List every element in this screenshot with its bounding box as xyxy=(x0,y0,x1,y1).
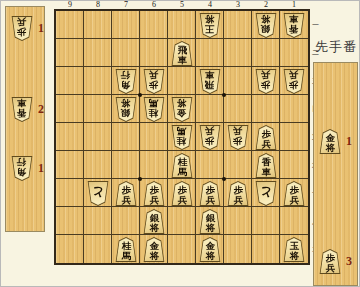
piece-face: 銀将 xyxy=(256,14,276,37)
piece-kanji: 金 xyxy=(177,108,186,118)
piece-kanji: 兵 xyxy=(233,196,242,206)
shogi-piece-sente-pawn[interactable]: 歩兵 xyxy=(283,181,305,206)
piece-kanji: 馬 xyxy=(177,168,186,178)
shogi-piece-gote-bishop[interactable]: 角行 xyxy=(11,156,33,181)
piece-kanji: 将 xyxy=(205,14,214,24)
piece-kanji: 歩 xyxy=(233,136,242,146)
star-point xyxy=(222,93,226,97)
piece-face: 歩兵 xyxy=(200,182,220,205)
piece-face: 香車 xyxy=(256,154,276,177)
piece-face: 銀将 xyxy=(144,210,164,233)
shogi-piece-sente-pawn[interactable]: 歩兵 xyxy=(199,181,221,206)
piece-face: 歩兵 xyxy=(256,126,276,149)
piece-face: と xyxy=(88,182,108,205)
sente-hand-tray: 金将1歩兵3 xyxy=(313,62,358,286)
piece-face: 歩兵 xyxy=(284,182,304,205)
piece-kanji: 王 xyxy=(205,24,214,34)
file-label: 2 xyxy=(252,0,280,9)
piece-face: 銀将 xyxy=(116,98,136,121)
hand-count: 1 xyxy=(36,161,46,176)
shogi-piece-sente-knight[interactable]: 桂馬 xyxy=(115,237,137,262)
piece-kanji: 兵 xyxy=(205,196,214,206)
piece-face: 桂馬 xyxy=(172,154,192,177)
shogi-piece-gote-knight[interactable]: 桂馬 xyxy=(143,97,165,122)
shogi-piece-gote-pawn[interactable]: 歩兵 xyxy=(199,125,221,150)
shogi-piece-sente-silver[interactable]: 銀将 xyxy=(199,209,221,234)
shogi-piece-gote-silver[interactable]: 銀将 xyxy=(255,13,277,38)
file-label: 1 xyxy=(280,0,308,9)
piece-kanji: 行 xyxy=(17,157,26,167)
piece-kanji: 角 xyxy=(17,167,26,177)
shogi-piece-sente-gold[interactable]: 金将 xyxy=(143,237,165,262)
piece-face: 角行 xyxy=(116,70,136,93)
piece-face: 金将 xyxy=(144,238,164,261)
piece-face: 飛車 xyxy=(172,42,192,65)
piece-kanji: 車 xyxy=(261,168,270,178)
star-point xyxy=(222,177,226,181)
piece-kanji: 飛 xyxy=(205,80,214,90)
shogi-app-window: 987654321 王将銀将香車飛車角行歩兵飛車歩兵歩兵銀将桂馬金将桂馬歩兵歩兵… xyxy=(0,0,360,287)
piece-face: 歩兵 xyxy=(228,182,248,205)
piece-kanji: 角 xyxy=(121,80,130,90)
shogi-piece-gote-tokin[interactable]: と xyxy=(87,181,109,206)
piece-kanji: 兵 xyxy=(261,140,270,150)
file-label: 7 xyxy=(112,0,140,9)
piece-kanji: 馬 xyxy=(121,252,130,262)
piece-kanji: と xyxy=(260,186,273,199)
shogi-piece-gote-rook[interactable]: 飛車 xyxy=(199,69,221,94)
piece-kanji: 兵 xyxy=(205,126,214,136)
piece-face: 桂馬 xyxy=(144,98,164,121)
star-point xyxy=(138,177,142,181)
piece-kanji: 将 xyxy=(325,144,334,154)
shogi-piece-gote-pawn[interactable]: 歩兵 xyxy=(227,125,249,150)
piece-kanji: 歩 xyxy=(289,80,298,90)
piece-kanji: 将 xyxy=(205,224,214,234)
piece-kanji: 兵 xyxy=(149,196,158,206)
piece-kanji: 銀 xyxy=(121,108,130,118)
piece-face: 金将 xyxy=(172,98,192,121)
piece-face: 歩兵 xyxy=(144,182,164,205)
piece-face: 歩兵 xyxy=(256,70,276,93)
board-pieces-layer: 王将銀将香車飛車角行歩兵飛車歩兵歩兵銀将桂馬金将桂馬歩兵歩兵歩兵桂馬香車と歩兵歩… xyxy=(56,11,308,263)
file-label: 5 xyxy=(168,0,196,9)
rank-label: 一 xyxy=(311,11,320,39)
shogi-piece-gote-silver[interactable]: 銀将 xyxy=(115,97,137,122)
hand-count: 1 xyxy=(36,21,46,36)
shogi-piece-sente-lance[interactable]: 香車 xyxy=(255,153,277,178)
piece-face: 金将 xyxy=(200,238,220,261)
piece-face: と xyxy=(256,182,276,205)
shogi-piece-gote-pawn[interactable]: 歩兵 xyxy=(283,69,305,94)
file-label: 4 xyxy=(196,0,224,9)
shogi-board: 王将銀将香車飛車角行歩兵飛車歩兵歩兵銀将桂馬金将桂馬歩兵歩兵歩兵桂馬香車と歩兵歩… xyxy=(54,9,310,265)
piece-face: 王将 xyxy=(200,14,220,37)
file-label: 3 xyxy=(224,0,252,9)
shogi-piece-sente-pawn[interactable]: 歩兵 xyxy=(255,125,277,150)
piece-kanji: 将 xyxy=(261,14,270,24)
file-label: 9 xyxy=(56,0,84,9)
shogi-piece-sente-knight[interactable]: 桂馬 xyxy=(171,153,193,178)
piece-kanji: 銀 xyxy=(261,24,270,34)
piece-kanji: 香 xyxy=(17,108,26,118)
piece-face: 歩兵 xyxy=(12,17,32,40)
shogi-piece-gote-pawn[interactable]: 歩兵 xyxy=(11,16,33,41)
piece-kanji: 将 xyxy=(121,98,130,108)
shogi-piece-sente-king[interactable]: 玉将 xyxy=(283,237,305,262)
piece-kanji: 歩 xyxy=(149,80,158,90)
shogi-piece-gote-lance[interactable]: 香車 xyxy=(283,13,305,38)
piece-kanji: 兵 xyxy=(325,264,334,274)
piece-kanji: 兵 xyxy=(17,17,26,27)
shogi-piece-gote-gold[interactable]: 金将 xyxy=(171,97,193,122)
piece-kanji: 兵 xyxy=(289,196,298,206)
shogi-piece-sente-gold[interactable]: 金将 xyxy=(319,129,341,154)
piece-kanji: 将 xyxy=(149,252,158,262)
piece-kanji: 歩 xyxy=(205,136,214,146)
piece-kanji: 兵 xyxy=(149,70,158,80)
piece-kanji: 兵 xyxy=(289,70,298,80)
turn-indicator: 先手番 xyxy=(315,38,360,56)
shogi-piece-sente-gold[interactable]: 金将 xyxy=(199,237,221,262)
piece-kanji: 行 xyxy=(121,70,130,80)
hand-count: 2 xyxy=(36,102,46,117)
shogi-piece-sente-silver[interactable]: 銀将 xyxy=(143,209,165,234)
shogi-piece-gote-knight[interactable]: 桂馬 xyxy=(171,125,193,150)
piece-face: 飛車 xyxy=(200,70,220,93)
piece-face: 歩兵 xyxy=(200,126,220,149)
file-label: 8 xyxy=(84,0,112,9)
piece-face: 玉将 xyxy=(284,238,304,261)
file-label: 6 xyxy=(140,0,168,9)
piece-kanji: 将 xyxy=(177,98,186,108)
piece-face: 歩兵 xyxy=(284,70,304,93)
piece-kanji: 馬 xyxy=(177,126,186,136)
shogi-piece-gote-pawn[interactable]: 歩兵 xyxy=(255,69,277,94)
piece-kanji: 車 xyxy=(205,70,214,80)
piece-kanji: 馬 xyxy=(149,98,158,108)
piece-kanji: 将 xyxy=(205,252,214,262)
piece-kanji: 車 xyxy=(289,14,298,24)
piece-face: 金将 xyxy=(320,130,340,153)
shogi-piece-gote-tokin[interactable]: と xyxy=(255,181,277,206)
shogi-piece-sente-pawn[interactable]: 歩兵 xyxy=(319,249,341,274)
shogi-piece-gote-king[interactable]: 王将 xyxy=(199,13,221,38)
piece-kanji: 兵 xyxy=(233,126,242,136)
piece-kanji: 将 xyxy=(289,252,298,262)
piece-kanji: 将 xyxy=(149,224,158,234)
hand-count: 1 xyxy=(344,134,354,149)
piece-face: 角行 xyxy=(12,157,32,180)
shogi-piece-sente-rook[interactable]: 飛車 xyxy=(171,41,193,66)
piece-face: 香車 xyxy=(284,14,304,37)
shogi-piece-sente-pawn[interactable]: 歩兵 xyxy=(115,181,137,206)
piece-kanji: 兵 xyxy=(177,196,186,206)
shogi-piece-gote-lance[interactable]: 香車 xyxy=(11,97,33,122)
shogi-piece-gote-pawn[interactable]: 歩兵 xyxy=(143,69,165,94)
piece-kanji: 香 xyxy=(289,24,298,34)
gote-hand-tray: 歩兵1香車2角行1 xyxy=(5,6,45,232)
piece-kanji: 歩 xyxy=(261,80,270,90)
star-point xyxy=(138,93,142,97)
piece-face: 桂馬 xyxy=(116,238,136,261)
piece-face: 歩兵 xyxy=(116,182,136,205)
shogi-piece-gote-bishop[interactable]: 角行 xyxy=(115,69,137,94)
piece-kanji: と xyxy=(92,186,105,199)
piece-face: 銀将 xyxy=(200,210,220,233)
piece-face: 香車 xyxy=(12,98,32,121)
piece-kanji: 桂 xyxy=(177,136,186,146)
piece-face: 歩兵 xyxy=(320,250,340,273)
shogi-piece-sente-pawn[interactable]: 歩兵 xyxy=(227,181,249,206)
piece-kanji: 兵 xyxy=(261,70,270,80)
piece-kanji: 車 xyxy=(177,56,186,66)
piece-kanji: 歩 xyxy=(17,27,26,37)
piece-kanji: 兵 xyxy=(121,196,130,206)
hand-count: 3 xyxy=(344,254,354,269)
piece-face: 桂馬 xyxy=(172,126,192,149)
piece-face: 歩兵 xyxy=(228,126,248,149)
piece-face: 歩兵 xyxy=(172,182,192,205)
file-labels: 987654321 xyxy=(56,0,308,9)
piece-kanji: 桂 xyxy=(149,108,158,118)
piece-kanji: 車 xyxy=(17,98,26,108)
piece-face: 歩兵 xyxy=(144,70,164,93)
shogi-piece-sente-pawn[interactable]: 歩兵 xyxy=(171,181,193,206)
shogi-piece-sente-pawn[interactable]: 歩兵 xyxy=(143,181,165,206)
